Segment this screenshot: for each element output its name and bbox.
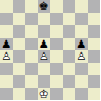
square-d2[interactable] [38,75,51,88]
square-e6[interactable] [50,25,63,38]
chess-board: ♚♟♟♟♟♙♟♙♟♙♚♔ [0,0,100,100]
square-c1[interactable] [25,88,38,101]
square-h2[interactable] [88,75,101,88]
square-b1[interactable] [13,88,26,101]
white-pawn-piece[interactable]: ♟♙ [38,50,51,63]
square-f7[interactable] [63,13,76,26]
black-king-glyph: ♚ [38,0,51,13]
white-pawn-piece[interactable]: ♟♙ [75,50,88,63]
square-h3[interactable] [88,63,101,76]
black-pawn-glyph: ♟ [75,38,88,51]
square-e1[interactable] [50,88,63,101]
square-h6[interactable] [88,25,101,38]
square-b7[interactable] [13,13,26,26]
square-a2[interactable] [0,75,13,88]
square-b3[interactable] [13,63,26,76]
square-c5[interactable] [25,38,38,51]
black-pawn-piece[interactable]: ♟ [0,38,13,51]
square-c4[interactable] [25,50,38,63]
square-a8[interactable] [0,0,13,13]
square-g2[interactable] [75,75,88,88]
square-a3[interactable] [0,63,13,76]
square-f8[interactable] [63,0,76,13]
square-g1[interactable] [75,88,88,101]
square-b4[interactable] [13,50,26,63]
square-g8[interactable] [75,0,88,13]
white-pawn-glyph: ♙ [38,50,51,63]
square-b8[interactable] [13,0,26,13]
black-pawn-glyph: ♟ [38,38,51,51]
square-c8[interactable] [25,0,38,13]
square-e5[interactable] [50,38,63,51]
square-c7[interactable] [25,13,38,26]
square-d3[interactable] [38,63,51,76]
square-b6[interactable] [13,25,26,38]
square-a7[interactable] [0,13,13,26]
square-h4[interactable] [88,50,101,63]
square-c3[interactable] [25,63,38,76]
square-d7[interactable] [38,13,51,26]
square-h1[interactable] [88,88,101,101]
square-g6[interactable] [75,25,88,38]
white-pawn-glyph: ♙ [75,50,88,63]
square-d5[interactable]: ♟ [38,38,51,51]
black-king-piece[interactable]: ♚ [38,0,51,13]
square-e3[interactable] [50,63,63,76]
square-g5[interactable]: ♟ [75,38,88,51]
square-f1[interactable] [63,88,76,101]
square-h5[interactable] [88,38,101,51]
square-e4[interactable] [50,50,63,63]
white-pawn-glyph: ♙ [0,50,13,63]
square-a6[interactable] [0,25,13,38]
square-b2[interactable] [13,75,26,88]
white-king-piece[interactable]: ♚♔ [38,88,51,101]
square-d8[interactable]: ♚ [38,0,51,13]
square-f4[interactable] [63,50,76,63]
square-g3[interactable] [75,63,88,76]
white-pawn-piece[interactable]: ♟♙ [0,50,13,63]
square-e2[interactable] [50,75,63,88]
square-d6[interactable] [38,25,51,38]
black-pawn-glyph: ♟ [0,38,13,51]
black-pawn-piece[interactable]: ♟ [38,38,51,51]
square-h8[interactable] [88,0,101,13]
square-b5[interactable] [13,38,26,51]
black-pawn-piece[interactable]: ♟ [75,38,88,51]
white-king-glyph: ♔ [38,88,51,101]
square-g7[interactable] [75,13,88,26]
square-d4[interactable]: ♟♙ [38,50,51,63]
square-f5[interactable] [63,38,76,51]
square-c2[interactable] [25,75,38,88]
square-f2[interactable] [63,75,76,88]
square-g4[interactable]: ♟♙ [75,50,88,63]
square-f3[interactable] [63,63,76,76]
square-a1[interactable] [0,88,13,101]
square-h7[interactable] [88,13,101,26]
square-c6[interactable] [25,25,38,38]
square-d1[interactable]: ♚♔ [38,88,51,101]
square-a4[interactable]: ♟♙ [0,50,13,63]
square-e7[interactable] [50,13,63,26]
square-f6[interactable] [63,25,76,38]
square-a5[interactable]: ♟ [0,38,13,51]
square-e8[interactable] [50,0,63,13]
